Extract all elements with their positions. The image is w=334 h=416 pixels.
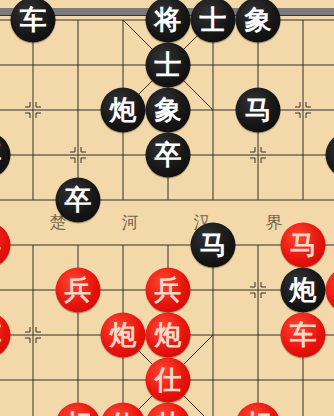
piece-black-horse[interactable]: 马	[191, 223, 236, 268]
piece-red-soldier[interactable]: 兵	[56, 268, 101, 313]
piece-black-advisor[interactable]: 士	[146, 43, 191, 88]
piece-black-soldier[interactable]: 卒	[146, 133, 191, 178]
piece-red-advisor[interactable]: 仕	[146, 358, 191, 403]
piece-red-horse[interactable]: 马	[281, 223, 326, 268]
piece-black-soldier[interactable]: 卒	[56, 178, 101, 223]
piece-red-cannon[interactable]: 炮	[101, 313, 146, 358]
piece-red-chariot[interactable]: 车	[281, 313, 326, 358]
piece-black-cannon[interactable]: 炮	[101, 88, 146, 133]
piece-black-horse[interactable]: 马	[236, 88, 281, 133]
river-character: 界	[266, 211, 283, 234]
piece-red-cannon[interactable]: 炮	[146, 313, 191, 358]
xiangqi-board[interactable]: 楚河汉界 车将士象士炮象马卒卒卒卒马兵马兵兵炮兵车炮炮车仕相仕帅相	[0, 0, 334, 416]
piece-black-elephant[interactable]: 象	[146, 88, 191, 133]
river-character: 河	[122, 211, 139, 234]
piece-black-cannon[interactable]: 炮	[281, 268, 326, 313]
piece-red-soldier[interactable]: 兵	[146, 268, 191, 313]
